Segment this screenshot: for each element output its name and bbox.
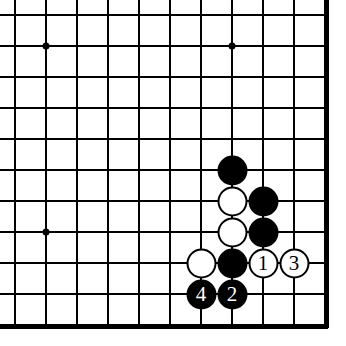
- white-stone-Q5: [217, 186, 247, 216]
- white-stone-S3-move-3: 3: [279, 248, 309, 278]
- white-stone-P3: [186, 248, 216, 278]
- star-point-K10: [43, 43, 50, 50]
- black-stone-Q3: [217, 248, 247, 278]
- black-stone-R5: [248, 186, 278, 216]
- star-point-Q10: [229, 43, 236, 50]
- star-point-K16: [43, 229, 50, 236]
- white-stone-Q4: [217, 217, 247, 247]
- black-stone-Q2-move-2: 2: [217, 279, 247, 309]
- black-stone-R4: [248, 217, 278, 247]
- white-stone-R3-move-1: 1: [248, 248, 278, 278]
- board-intersections: 1342: [0, 0, 341, 341]
- black-stone-P2-move-4: 4: [186, 279, 216, 309]
- black-stone-Q6: [217, 155, 247, 185]
- go-board[interactable]: 1342: [0, 0, 346, 346]
